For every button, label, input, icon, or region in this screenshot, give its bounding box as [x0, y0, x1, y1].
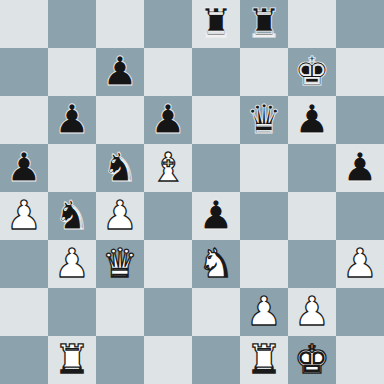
square-g4[interactable]	[288, 192, 336, 240]
piece-black-rook-e8[interactable]: ♜	[198, 3, 234, 43]
piece-black-pawn-h5[interactable]: ♟	[342, 147, 378, 187]
square-e2[interactable]	[192, 288, 240, 336]
square-b3[interactable]: ♟	[48, 240, 96, 288]
piece-black-pawn-a5[interactable]: ♟	[6, 147, 42, 187]
square-a3[interactable]	[0, 240, 48, 288]
square-d4[interactable]	[144, 192, 192, 240]
square-c7[interactable]: ♟	[96, 48, 144, 96]
piece-black-knight-c5[interactable]: ♞	[102, 147, 138, 187]
square-b8[interactable]	[48, 0, 96, 48]
piece-black-queen-f6[interactable]: ♛	[246, 99, 282, 139]
square-g7[interactable]: ♚	[288, 48, 336, 96]
piece-black-rook-f8[interactable]: ♜	[246, 3, 282, 43]
square-f1[interactable]: ♜	[240, 336, 288, 384]
piece-white-rook-f1[interactable]: ♜	[246, 339, 282, 379]
piece-white-king-g1[interactable]: ♚	[294, 339, 330, 379]
square-d8[interactable]	[144, 0, 192, 48]
piece-white-rook-b1[interactable]: ♜	[54, 339, 90, 379]
square-a2[interactable]	[0, 288, 48, 336]
square-a6[interactable]	[0, 96, 48, 144]
square-c1[interactable]	[96, 336, 144, 384]
square-e1[interactable]	[192, 336, 240, 384]
square-h5[interactable]: ♟	[336, 144, 384, 192]
square-h3[interactable]: ♟	[336, 240, 384, 288]
square-c2[interactable]	[96, 288, 144, 336]
square-f6[interactable]: ♛	[240, 96, 288, 144]
square-d5[interactable]: ♝	[144, 144, 192, 192]
square-b1[interactable]: ♜	[48, 336, 96, 384]
square-h4[interactable]	[336, 192, 384, 240]
square-f5[interactable]	[240, 144, 288, 192]
piece-white-queen-c3[interactable]: ♛	[102, 243, 138, 283]
piece-black-pawn-d6[interactable]: ♟	[150, 99, 186, 139]
piece-white-pawn-g2[interactable]: ♟	[294, 291, 330, 331]
piece-black-knight-b4[interactable]: ♞	[54, 195, 90, 235]
square-c5[interactable]: ♞	[96, 144, 144, 192]
piece-black-pawn-g6[interactable]: ♟	[294, 99, 330, 139]
square-f4[interactable]	[240, 192, 288, 240]
square-f7[interactable]	[240, 48, 288, 96]
chess-board: ♜♜♟♚♟♟♛♟♟♞♝♟♟♞♟♟♟♛♞♟♟♟♜♜♚	[0, 0, 384, 384]
square-e8[interactable]: ♜	[192, 0, 240, 48]
square-f2[interactable]: ♟	[240, 288, 288, 336]
piece-white-pawn-a4[interactable]: ♟	[6, 195, 42, 235]
square-b4[interactable]: ♞	[48, 192, 96, 240]
square-h7[interactable]	[336, 48, 384, 96]
square-d1[interactable]	[144, 336, 192, 384]
piece-black-pawn-b6[interactable]: ♟	[54, 99, 90, 139]
square-e3[interactable]: ♞	[192, 240, 240, 288]
square-a4[interactable]: ♟	[0, 192, 48, 240]
piece-white-pawn-f2[interactable]: ♟	[246, 291, 282, 331]
square-e6[interactable]	[192, 96, 240, 144]
square-c3[interactable]: ♛	[96, 240, 144, 288]
square-d7[interactable]	[144, 48, 192, 96]
square-a8[interactable]	[0, 0, 48, 48]
square-d3[interactable]	[144, 240, 192, 288]
square-h6[interactable]	[336, 96, 384, 144]
square-e4[interactable]: ♟	[192, 192, 240, 240]
square-d6[interactable]: ♟	[144, 96, 192, 144]
square-d2[interactable]	[144, 288, 192, 336]
square-h8[interactable]	[336, 0, 384, 48]
square-h1[interactable]	[336, 336, 384, 384]
square-f8[interactable]: ♜	[240, 0, 288, 48]
square-g2[interactable]: ♟	[288, 288, 336, 336]
square-c4[interactable]: ♟	[96, 192, 144, 240]
piece-white-pawn-b3[interactable]: ♟	[54, 243, 90, 283]
piece-white-pawn-h3[interactable]: ♟	[342, 243, 378, 283]
piece-white-knight-e3[interactable]: ♞	[198, 243, 234, 283]
square-e5[interactable]	[192, 144, 240, 192]
square-e7[interactable]	[192, 48, 240, 96]
square-a5[interactable]: ♟	[0, 144, 48, 192]
square-b7[interactable]	[48, 48, 96, 96]
square-b5[interactable]	[48, 144, 96, 192]
piece-white-pawn-c4[interactable]: ♟	[102, 195, 138, 235]
piece-black-pawn-c7[interactable]: ♟	[102, 51, 138, 91]
square-b6[interactable]: ♟	[48, 96, 96, 144]
square-b2[interactable]	[48, 288, 96, 336]
square-g6[interactable]: ♟	[288, 96, 336, 144]
square-g5[interactable]	[288, 144, 336, 192]
square-h2[interactable]	[336, 288, 384, 336]
piece-black-pawn-e4[interactable]: ♟	[198, 195, 234, 235]
square-a7[interactable]	[0, 48, 48, 96]
piece-white-bishop-d5[interactable]: ♝	[150, 147, 186, 187]
piece-black-king-g7[interactable]: ♚	[294, 51, 330, 91]
square-g3[interactable]	[288, 240, 336, 288]
square-c8[interactable]	[96, 0, 144, 48]
square-g1[interactable]: ♚	[288, 336, 336, 384]
square-g8[interactable]	[288, 0, 336, 48]
square-f3[interactable]	[240, 240, 288, 288]
square-a1[interactable]	[0, 336, 48, 384]
square-c6[interactable]	[96, 96, 144, 144]
